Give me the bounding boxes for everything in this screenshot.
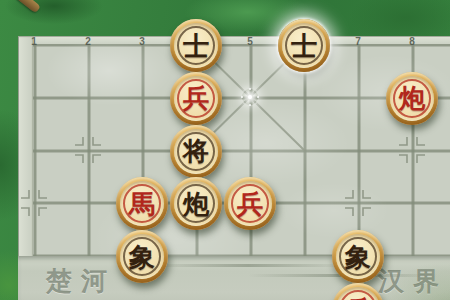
file-label-2: 2 — [85, 37, 91, 47]
board-frame-top — [19, 37, 450, 44]
piece-black-advisor[interactable]: 士 — [170, 19, 222, 72]
piece-character: 兵 — [183, 85, 209, 111]
piece-black-general[interactable]: 将 — [170, 125, 222, 178]
piece-face: 兵 — [228, 181, 272, 226]
piece-face: 士 — [282, 23, 326, 68]
piece-character: 士 — [183, 33, 209, 59]
file-label-5: 5 — [247, 37, 253, 47]
piece-black-advisor[interactable]: 士 — [278, 19, 330, 72]
river-band: 楚河 汉界 — [18, 256, 450, 300]
river-text-left: 楚河 — [46, 268, 116, 294]
piece-red-cannon[interactable]: 炮 — [386, 72, 438, 125]
piece-face: 士 — [174, 23, 218, 68]
piece-character: 兵 — [237, 191, 263, 217]
piece-face: 象 — [120, 234, 164, 279]
piece-black-elephant[interactable]: 象 — [116, 230, 168, 283]
piece-face: 炮 — [390, 76, 434, 121]
river-text-right: 汉界 — [378, 268, 448, 294]
piece-character: 炮 — [183, 191, 209, 217]
piece-character: 将 — [183, 138, 209, 164]
piece-face: 兵 — [174, 76, 218, 121]
file-label-1: 1 — [31, 37, 37, 47]
piece-character: 炮 — [399, 85, 425, 111]
piece-face: 炮 — [174, 181, 218, 226]
piece-face: 兵 — [336, 287, 380, 300]
piece-face: 馬 — [120, 181, 164, 226]
piece-black-elephant[interactable]: 象 — [332, 230, 384, 283]
twig-decoration — [14, 0, 41, 13]
piece-face: 象 — [336, 234, 380, 279]
piece-character: 士 — [291, 33, 317, 59]
piece-face: 将 — [174, 129, 218, 174]
file-label-3: 3 — [139, 37, 145, 47]
xiangqi-game-scene: 楚河 汉界 1 2 3 4 5 6 7 8 9 士士兵炮将馬炮兵象象兵 — [0, 0, 450, 300]
file-label-7: 7 — [355, 37, 361, 47]
piece-character: 象 — [129, 244, 155, 270]
piece-character: 兵 — [345, 297, 371, 300]
piece-character: 象 — [345, 244, 371, 270]
piece-red-soldier[interactable]: 兵 — [170, 72, 222, 125]
piece-character: 馬 — [129, 191, 155, 217]
file-label-8: 8 — [409, 37, 415, 47]
